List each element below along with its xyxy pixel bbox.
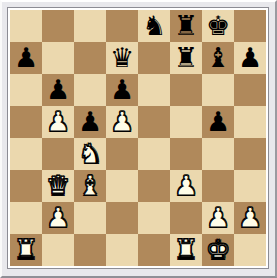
square-b7[interactable] xyxy=(42,42,74,74)
square-e4[interactable] xyxy=(138,138,170,170)
square-h7[interactable]: ♟ xyxy=(234,42,266,74)
square-b8[interactable] xyxy=(42,10,74,42)
square-e6[interactable] xyxy=(138,74,170,106)
white-pawn-f3: ♟ xyxy=(170,170,202,202)
white-queen-b3: ♛ xyxy=(42,170,74,202)
square-a3[interactable] xyxy=(10,170,42,202)
black-knight-e8: ♞ xyxy=(138,10,170,42)
black-pawn-d6: ♟ xyxy=(106,74,138,106)
white-pawn-b2: ♟ xyxy=(42,202,74,234)
square-h6[interactable] xyxy=(234,74,266,106)
square-d5[interactable]: ♟ xyxy=(106,106,138,138)
square-d6[interactable]: ♟ xyxy=(106,74,138,106)
square-g6[interactable] xyxy=(202,74,234,106)
square-d1[interactable] xyxy=(106,234,138,266)
white-pawn-h2: ♟ xyxy=(234,202,266,234)
black-pawn-c5: ♟ xyxy=(74,106,106,138)
square-g7[interactable]: ♝ xyxy=(202,42,234,74)
square-a6[interactable] xyxy=(10,74,42,106)
square-a2[interactable] xyxy=(10,202,42,234)
white-knight-c4: ♞ xyxy=(74,138,106,170)
square-e5[interactable] xyxy=(138,106,170,138)
black-pawn-g5: ♟ xyxy=(202,106,234,138)
black-pawn-a7: ♟ xyxy=(10,42,42,74)
square-h4[interactable] xyxy=(234,138,266,170)
square-g4[interactable] xyxy=(202,138,234,170)
white-pawn-g2: ♟ xyxy=(202,202,234,234)
chess-diagram-window: ♞♜♚♟♛♜♝♟♟♟♟♟♟♟♞♛♝♟♟♟♟♜♜♚ xyxy=(0,0,277,278)
square-b1[interactable] xyxy=(42,234,74,266)
square-e8[interactable]: ♞ xyxy=(138,10,170,42)
white-pawn-d5: ♟ xyxy=(106,106,138,138)
square-a4[interactable] xyxy=(10,138,42,170)
square-f5[interactable] xyxy=(170,106,202,138)
square-d7[interactable]: ♛ xyxy=(106,42,138,74)
square-h3[interactable] xyxy=(234,170,266,202)
black-rook-f8: ♜ xyxy=(170,10,202,42)
white-rook-f1: ♜ xyxy=(170,234,202,266)
square-b4[interactable] xyxy=(42,138,74,170)
square-c5[interactable]: ♟ xyxy=(74,106,106,138)
square-h8[interactable] xyxy=(234,10,266,42)
square-h5[interactable] xyxy=(234,106,266,138)
square-a5[interactable] xyxy=(10,106,42,138)
square-c2[interactable] xyxy=(74,202,106,234)
black-rook-f7: ♜ xyxy=(170,42,202,74)
white-bishop-c3: ♝ xyxy=(74,170,106,202)
square-b2[interactable]: ♟ xyxy=(42,202,74,234)
square-h1[interactable] xyxy=(234,234,266,266)
white-king-g1: ♚ xyxy=(202,234,234,266)
square-f3[interactable]: ♟ xyxy=(170,170,202,202)
white-rook-a1: ♜ xyxy=(10,234,42,266)
black-bishop-g7: ♝ xyxy=(202,42,234,74)
square-h2[interactable]: ♟ xyxy=(234,202,266,234)
square-g3[interactable] xyxy=(202,170,234,202)
square-f6[interactable] xyxy=(170,74,202,106)
black-queen-d7: ♛ xyxy=(106,42,138,74)
square-c8[interactable] xyxy=(74,10,106,42)
square-e7[interactable] xyxy=(138,42,170,74)
square-c3[interactable]: ♝ xyxy=(74,170,106,202)
board-frame: ♞♜♚♟♛♜♝♟♟♟♟♟♟♟♞♛♝♟♟♟♟♜♜♚ xyxy=(7,7,269,269)
square-a1[interactable]: ♜ xyxy=(10,234,42,266)
square-g8[interactable]: ♚ xyxy=(202,10,234,42)
square-c1[interactable] xyxy=(74,234,106,266)
square-a8[interactable] xyxy=(10,10,42,42)
square-e1[interactable] xyxy=(138,234,170,266)
square-d4[interactable] xyxy=(106,138,138,170)
square-c6[interactable] xyxy=(74,74,106,106)
square-b5[interactable]: ♟ xyxy=(42,106,74,138)
square-d8[interactable] xyxy=(106,10,138,42)
square-b3[interactable]: ♛ xyxy=(42,170,74,202)
square-g2[interactable]: ♟ xyxy=(202,202,234,234)
black-king-g8: ♚ xyxy=(202,10,234,42)
square-b6[interactable]: ♟ xyxy=(42,74,74,106)
black-pawn-h7: ♟ xyxy=(234,42,266,74)
square-f7[interactable]: ♜ xyxy=(170,42,202,74)
square-f4[interactable] xyxy=(170,138,202,170)
square-g5[interactable]: ♟ xyxy=(202,106,234,138)
square-f2[interactable] xyxy=(170,202,202,234)
black-pawn-b6: ♟ xyxy=(42,74,74,106)
square-f1[interactable]: ♜ xyxy=(170,234,202,266)
square-c4[interactable]: ♞ xyxy=(74,138,106,170)
square-d2[interactable] xyxy=(106,202,138,234)
square-e2[interactable] xyxy=(138,202,170,234)
white-pawn-b5: ♟ xyxy=(42,106,74,138)
square-e3[interactable] xyxy=(138,170,170,202)
square-c7[interactable] xyxy=(74,42,106,74)
chess-board: ♞♜♚♟♛♜♝♟♟♟♟♟♟♟♞♛♝♟♟♟♟♜♜♚ xyxy=(10,10,266,266)
square-f8[interactable]: ♜ xyxy=(170,10,202,42)
square-g1[interactable]: ♚ xyxy=(202,234,234,266)
square-d3[interactable] xyxy=(106,170,138,202)
square-a7[interactable]: ♟ xyxy=(10,42,42,74)
